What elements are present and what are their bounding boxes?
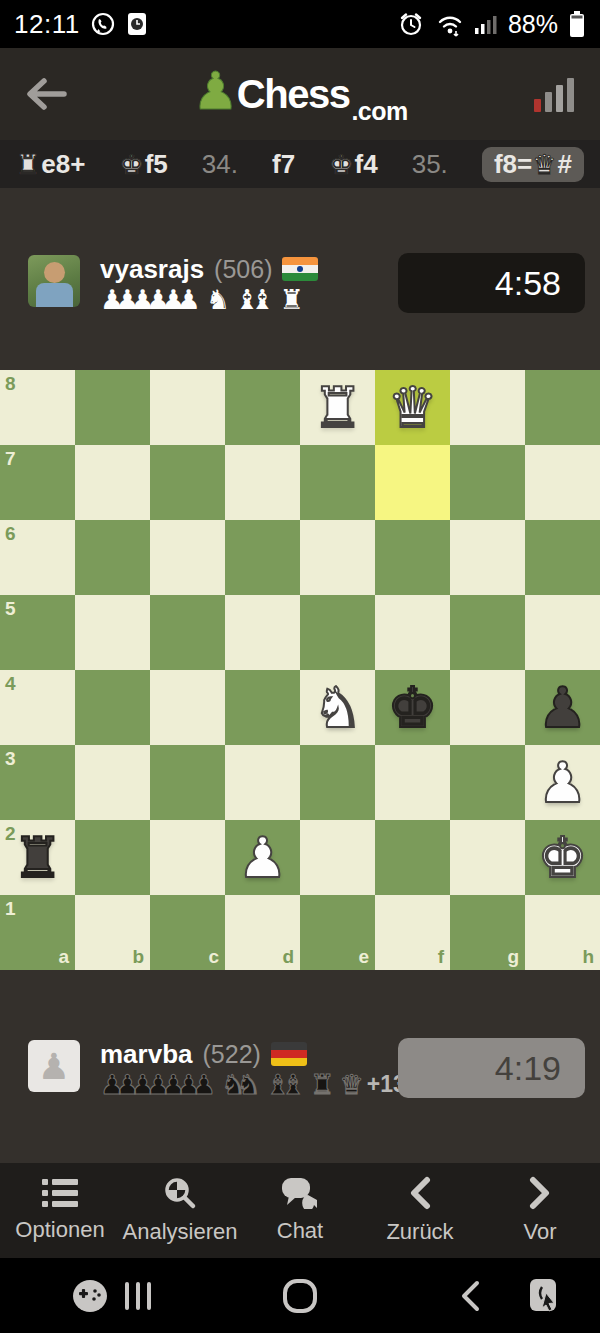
app-notification-icon: [126, 11, 148, 37]
square-h2[interactable]: ♚: [525, 820, 600, 895]
square-d7[interactable]: [225, 445, 300, 520]
figurine-piece-icon: ♜: [16, 149, 40, 180]
square-a4[interactable]: 4: [0, 670, 75, 745]
square-b7[interactable]: [75, 445, 150, 520]
square-d4[interactable]: [225, 670, 300, 745]
square-g6[interactable]: [450, 520, 525, 595]
black-pawn-h4[interactable]: ♟: [525, 670, 600, 745]
captured-piece-group: ♜: [310, 1069, 325, 1100]
white-pawn-d2[interactable]: ♟: [225, 820, 300, 895]
square-a7[interactable]: 7: [0, 445, 75, 520]
analyze-button[interactable]: Analysieren: [120, 1163, 240, 1258]
square-d3[interactable]: [225, 745, 300, 820]
square-b4[interactable]: [75, 670, 150, 745]
square-f8[interactable]: ♛: [375, 370, 450, 445]
square-g5[interactable]: [450, 595, 525, 670]
move-item[interactable]: f7: [272, 149, 295, 180]
square-d5[interactable]: [225, 595, 300, 670]
square-a2[interactable]: 2♜: [0, 820, 75, 895]
clock-bottom: 4:19: [398, 1038, 585, 1098]
square-f1[interactable]: f: [375, 895, 450, 970]
square-h4[interactable]: ♟: [525, 670, 600, 745]
move-number: 34.: [202, 149, 238, 180]
square-d2[interactable]: ♟: [225, 820, 300, 895]
square-a3[interactable]: 3: [0, 745, 75, 820]
chat-button[interactable]: Chat: [240, 1163, 360, 1258]
file-label-h: h: [582, 947, 594, 966]
white-knight-e4[interactable]: ♞: [300, 670, 375, 745]
square-g1[interactable]: g: [450, 895, 525, 970]
square-g7[interactable]: [450, 445, 525, 520]
file-label-f: f: [438, 947, 444, 966]
figurine-piece-icon: ♛: [532, 149, 556, 180]
square-h3[interactable]: ♟: [525, 745, 600, 820]
square-c8[interactable]: [150, 370, 225, 445]
chess-board[interactable]: 8♜♛7654♞♚♟3♟2♜♟♚1abcdefgh: [0, 370, 600, 970]
square-a8[interactable]: 8: [0, 370, 75, 445]
india-flag-icon: [282, 257, 318, 281]
previous-move-button[interactable]: Zurück: [360, 1163, 480, 1258]
square-e8[interactable]: ♜: [300, 370, 375, 445]
whatsapp-notification-icon: [90, 11, 116, 37]
captured-pieces-bottom: ♟♟♟♟♟♟♟♞♞♝♝♜♛+13: [100, 1069, 406, 1100]
android-navigation-bar: [0, 1258, 600, 1333]
rank-label-5: 5: [5, 599, 16, 618]
player-card-bottom: ♟ marvba (522) ♟♟♟♟♟♟♟♞♞♝♝♜♛+13 4:19: [0, 1038, 600, 1100]
player-card-top: vyasrajs (506) ♟♟♟♟♟♟♞♝♝♜ 4:58: [0, 253, 600, 315]
rank-label-7: 7: [5, 449, 16, 468]
square-a5[interactable]: 5: [0, 595, 75, 670]
square-b3[interactable]: [75, 745, 150, 820]
square-g4[interactable]: [450, 670, 525, 745]
file-label-d: d: [282, 947, 294, 966]
square-h7[interactable]: [525, 445, 600, 520]
black-king-f4[interactable]: ♚: [375, 670, 450, 745]
rank-label-3: 3: [5, 749, 16, 768]
file-label-g: g: [507, 947, 519, 966]
square-f6[interactable]: [375, 520, 450, 595]
battery-percentage: 88%: [508, 10, 558, 39]
square-c5[interactable]: [150, 595, 225, 670]
captured-piece-group: ♜: [280, 284, 295, 315]
square-a6[interactable]: 6: [0, 520, 75, 595]
square-h5[interactable]: [525, 595, 600, 670]
chevron-right-icon: [528, 1176, 552, 1210]
clock-time: 12:11: [14, 9, 80, 40]
germany-flag-icon: [271, 1042, 307, 1066]
analyze-magnifier-icon: [163, 1176, 197, 1210]
square-g8[interactable]: [450, 370, 525, 445]
square-c3[interactable]: [150, 745, 225, 820]
square-c4[interactable]: [150, 670, 225, 745]
move-number: 35.: [412, 149, 448, 180]
square-b2[interactable]: [75, 820, 150, 895]
chess-app-screen: { "game": "chess", "position": { "fen": …: [0, 0, 600, 1333]
captured-piece-group: ♞: [206, 284, 221, 315]
square-b8[interactable]: [75, 370, 150, 445]
player-name-top[interactable]: vyasrajs: [100, 254, 204, 285]
square-g3[interactable]: [450, 745, 525, 820]
square-f3[interactable]: [375, 745, 450, 820]
current-move-chip[interactable]: f8=♛#: [482, 147, 584, 182]
bottom-toolbar: Optionen Analysieren Chat Zurück: [0, 1163, 600, 1258]
square-c1[interactable]: c: [150, 895, 225, 970]
default-pawn-avatar: ♟: [28, 1040, 80, 1092]
square-e3[interactable]: [300, 745, 375, 820]
file-label-a: a: [58, 947, 69, 966]
move-item[interactable]: ♜e8+: [16, 149, 85, 180]
signal-strength-icon: [474, 12, 498, 36]
swipe-gesture-icon[interactable]: [515, 1258, 575, 1333]
white-rook-e8[interactable]: ♜: [300, 370, 375, 445]
square-b5[interactable]: [75, 595, 150, 670]
logo-text: Chess: [237, 72, 350, 117]
chevron-left-icon: [408, 1176, 432, 1210]
captured-piece-group: ♛: [340, 1069, 355, 1100]
square-a1[interactable]: 1a: [0, 895, 75, 970]
move-item[interactable]: ♚f4: [329, 149, 377, 180]
logo-suffix: .com: [351, 97, 407, 126]
captured-piece-group: ♞♞: [221, 1069, 252, 1100]
rank-label-4: 4: [5, 674, 16, 693]
square-e7[interactable]: [300, 445, 375, 520]
avatar-photo: [28, 255, 80, 307]
square-c7[interactable]: [150, 445, 225, 520]
square-h6[interactable]: [525, 520, 600, 595]
square-e4[interactable]: ♞: [300, 670, 375, 745]
next-move-button[interactable]: Vor: [480, 1163, 600, 1258]
options-list-icon: [42, 1178, 78, 1208]
home-button[interactable]: [270, 1258, 330, 1333]
move-list[interactable]: ♜e8+♚f534.f7♚f435.f8=♛#: [0, 140, 600, 188]
square-b1[interactable]: b: [75, 895, 150, 970]
square-d8[interactable]: [225, 370, 300, 445]
alarm-icon: [398, 11, 424, 37]
chesscom-logo: ♟ Chess .com: [0, 48, 600, 140]
avatar-bottom[interactable]: ♟: [28, 1040, 80, 1092]
square-f5[interactable]: [375, 595, 450, 670]
clock-top: 4:58: [398, 253, 585, 313]
battery-icon: [568, 10, 586, 38]
square-c2[interactable]: [150, 820, 225, 895]
connection-strength-icon[interactable]: [534, 78, 574, 112]
square-e6[interactable]: [300, 520, 375, 595]
chat-bubbles-icon: [281, 1177, 319, 1209]
captured-piece-group: ♟♟♟♟♟♟♟: [100, 1069, 207, 1100]
square-f4[interactable]: ♚: [375, 670, 450, 745]
recent-apps-button[interactable]: [108, 1258, 168, 1333]
captured-piece-group: ♝♝: [235, 284, 266, 315]
square-h8[interactable]: [525, 370, 600, 445]
square-d6[interactable]: [225, 520, 300, 595]
avatar-top[interactable]: [28, 255, 80, 307]
square-f7[interactable]: [375, 445, 450, 520]
player-rating-top: (506): [214, 255, 272, 284]
logo-pawn-icon: ♟: [192, 65, 239, 117]
square-e5[interactable]: [300, 595, 375, 670]
file-label-e: e: [358, 947, 369, 966]
android-back-button[interactable]: [440, 1258, 500, 1333]
player-rating-bottom: (522): [203, 1040, 261, 1069]
figurine-piece-icon: ♚: [119, 149, 143, 180]
white-king-h2[interactable]: ♚: [525, 820, 600, 895]
file-label-c: c: [208, 947, 219, 966]
captured-piece-group: ♟♟♟♟♟♟: [100, 284, 192, 315]
status-bar: 12:11 88%: [0, 0, 600, 48]
square-e1[interactable]: e: [300, 895, 375, 970]
wifi-icon: [434, 11, 464, 37]
figurine-piece-icon: ♚: [329, 149, 353, 180]
file-label-b: b: [132, 947, 144, 966]
rank-label-6: 6: [5, 524, 16, 543]
black-rook-a2[interactable]: ♜: [0, 820, 75, 895]
rank-label-1: 1: [5, 899, 16, 918]
square-h1[interactable]: h: [525, 895, 600, 970]
player-name-bottom[interactable]: marvba: [100, 1039, 193, 1070]
white-queen-f8[interactable]: ♛: [375, 370, 450, 445]
square-f2[interactable]: [375, 820, 450, 895]
options-button[interactable]: Optionen: [0, 1163, 120, 1258]
move-item[interactable]: ♚f5: [119, 149, 167, 180]
square-e2[interactable]: [300, 820, 375, 895]
square-g2[interactable]: [450, 820, 525, 895]
square-b6[interactable]: [75, 520, 150, 595]
captured-piece-group: ♝♝: [266, 1069, 297, 1100]
square-c6[interactable]: [150, 520, 225, 595]
captured-pieces-top: ♟♟♟♟♟♟♞♝♝♜: [100, 284, 309, 315]
rank-label-8: 8: [5, 374, 16, 393]
square-d1[interactable]: d: [225, 895, 300, 970]
app-header: ♟ Chess .com: [0, 48, 600, 140]
white-pawn-h3[interactable]: ♟: [525, 745, 600, 820]
